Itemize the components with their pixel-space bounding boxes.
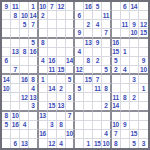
cell-r16c9[interactable]: [75, 139, 84, 148]
cell-r10c9[interactable]: 5: [75, 84, 84, 93]
cell-r11c13[interactable]: 11: [112, 93, 121, 102]
cell-r16c5[interactable]: [39, 139, 48, 148]
cell-r4c16[interactable]: 15: [139, 29, 148, 38]
cell-r11c6[interactable]: [48, 93, 57, 102]
cell-r16c6[interactable]: 12: [48, 139, 57, 148]
cell-r1c4[interactable]: 1: [29, 2, 38, 11]
cell-r16c1[interactable]: [2, 139, 11, 148]
cell-r10c11[interactable]: 11: [93, 84, 102, 93]
cell-r15c10[interactable]: [84, 130, 93, 139]
cell-r3c8[interactable]: [66, 20, 75, 29]
cell-r13c11[interactable]: [93, 112, 102, 121]
cell-r16c7[interactable]: 4: [57, 139, 66, 148]
cell-r9c14[interactable]: [121, 75, 130, 84]
cell-r3c15[interactable]: 9: [130, 20, 139, 29]
cell-r8c6[interactable]: 11: [48, 66, 57, 75]
cell-r11c9[interactable]: [75, 93, 84, 102]
cell-r14c14[interactable]: 9: [121, 121, 130, 130]
cell-r12c11[interactable]: [93, 102, 102, 111]
cell-r12c12[interactable]: 2: [102, 102, 111, 111]
cell-r12c15[interactable]: [130, 102, 139, 111]
cell-r2c8[interactable]: [66, 11, 75, 20]
cell-r9c5[interactable]: 1: [39, 75, 48, 84]
cell-r7c6[interactable]: 16: [48, 57, 57, 66]
cell-r5c9[interactable]: [75, 39, 84, 48]
cell-r5c16[interactable]: [139, 39, 148, 48]
cell-r14c16[interactable]: [139, 121, 148, 130]
cell-r4c11[interactable]: [93, 29, 102, 38]
cell-r10c14[interactable]: [121, 84, 130, 93]
cell-r2c13[interactable]: [112, 11, 121, 20]
cell-r1c9[interactable]: [75, 2, 84, 11]
cell-r2c6[interactable]: [48, 11, 57, 20]
cell-r9c10[interactable]: 15: [84, 75, 93, 84]
cell-r3c3[interactable]: 5: [20, 20, 29, 29]
cell-r14c13[interactable]: 10: [112, 121, 121, 130]
cell-r8c14[interactable]: 4: [121, 66, 130, 75]
cell-r9c1[interactable]: 14: [2, 75, 11, 84]
cell-r11c10[interactable]: [84, 93, 93, 102]
cell-r14c8[interactable]: [66, 121, 75, 130]
cell-r1c7[interactable]: 12: [57, 2, 66, 11]
cell-r12c8[interactable]: [66, 102, 75, 111]
cell-r9c12[interactable]: [102, 75, 111, 84]
cell-r3c2[interactable]: [11, 20, 20, 29]
cell-r15c5[interactable]: 16: [39, 130, 48, 139]
cell-r10c1[interactable]: 10: [2, 84, 11, 93]
cell-r2c4[interactable]: 14: [29, 11, 38, 20]
cell-r7c7[interactable]: [57, 57, 66, 66]
cell-r16c12[interactable]: 10: [102, 139, 111, 148]
cell-r8c5[interactable]: [39, 66, 48, 75]
cell-r10c8[interactable]: [66, 84, 75, 93]
cell-r4c14[interactable]: [121, 29, 130, 38]
cell-r11c16[interactable]: [139, 93, 148, 102]
cell-r2c5[interactable]: 2: [39, 11, 48, 20]
cell-r7c12[interactable]: [102, 57, 111, 66]
cell-r4c8[interactable]: [66, 29, 75, 38]
cell-r9c16[interactable]: [139, 75, 148, 84]
cell-r1c8[interactable]: [66, 2, 75, 11]
cell-r10c3[interactable]: [20, 84, 29, 93]
cell-r4c9[interactable]: 9: [75, 29, 84, 38]
cell-r15c2[interactable]: [11, 130, 20, 139]
cell-r9c4[interactable]: 8: [29, 75, 38, 84]
cell-r6c8[interactable]: [66, 48, 75, 57]
cell-r8c11[interactable]: [93, 66, 102, 75]
cell-r10c6[interactable]: 14: [48, 84, 57, 93]
cell-r12c9[interactable]: [75, 102, 84, 111]
cell-r10c10[interactable]: [84, 84, 93, 93]
cell-r14c1[interactable]: 5: [2, 121, 11, 130]
cell-r5c4[interactable]: 5: [29, 39, 38, 48]
cell-r14c2[interactable]: 16: [11, 121, 20, 130]
cell-r10c2[interactable]: [11, 84, 20, 93]
cell-r3c4[interactable]: 7: [29, 20, 38, 29]
cell-r3c11[interactable]: 4: [93, 20, 102, 29]
cell-r3c9[interactable]: [75, 20, 84, 29]
cell-r3c10[interactable]: 2: [84, 20, 93, 29]
cell-r4c15[interactable]: 10: [130, 29, 139, 38]
cell-r7c1[interactable]: 6: [2, 57, 11, 66]
cell-r14c7[interactable]: 8: [57, 121, 66, 130]
cell-r5c10[interactable]: 13: [84, 39, 93, 48]
cell-r12c1[interactable]: [2, 102, 11, 111]
cell-r11c7[interactable]: [57, 93, 66, 102]
cell-r4c10[interactable]: [84, 29, 93, 38]
cell-r8c3[interactable]: [20, 66, 29, 75]
cell-r10c16[interactable]: 1: [139, 84, 148, 93]
cell-r2c10[interactable]: [84, 11, 93, 20]
cell-r9c9[interactable]: [75, 75, 84, 84]
cell-r8c16[interactable]: 10: [139, 66, 148, 75]
cell-r8c4[interactable]: [29, 66, 38, 75]
cell-r8c13[interactable]: 2: [112, 66, 121, 75]
cell-r2c14[interactable]: [121, 11, 130, 20]
cell-r6c15[interactable]: [130, 48, 139, 57]
cell-r9c13[interactable]: [112, 75, 121, 84]
cell-r11c5[interactable]: [39, 93, 48, 102]
cell-r12c2[interactable]: [11, 102, 20, 111]
cell-r11c1[interactable]: [2, 93, 11, 102]
cell-r6c2[interactable]: 13: [11, 48, 20, 57]
cell-r9c11[interactable]: 7: [93, 75, 102, 84]
cell-r5c3[interactable]: [20, 39, 29, 48]
cell-r13c1[interactable]: 8: [2, 112, 11, 121]
cell-r3c13[interactable]: [112, 20, 121, 29]
cell-r1c16[interactable]: [139, 2, 148, 11]
cell-r5c8[interactable]: [66, 39, 75, 48]
cell-r13c9[interactable]: [75, 112, 84, 121]
cell-r7c2[interactable]: [11, 57, 20, 66]
cell-r13c7[interactable]: [57, 112, 66, 121]
cell-r6c16[interactable]: [139, 48, 148, 57]
cell-r5c7[interactable]: [57, 39, 66, 48]
cell-r7c14[interactable]: [121, 57, 130, 66]
cell-r5c15[interactable]: [130, 39, 139, 48]
cell-r6c1[interactable]: [2, 48, 11, 57]
cell-r16c13[interactable]: 8: [112, 139, 121, 148]
cell-r1c2[interactable]: 11: [11, 2, 20, 11]
cell-r13c12[interactable]: [102, 112, 111, 121]
cell-r5c13[interactable]: 16: [112, 39, 121, 48]
cell-r4c1[interactable]: [2, 29, 11, 38]
cell-r9c8[interactable]: 5: [66, 75, 75, 84]
cell-r15c7[interactable]: [57, 130, 66, 139]
cell-r15c11[interactable]: [93, 130, 102, 139]
cell-r7c13[interactable]: 5: [112, 57, 121, 66]
cell-r6c5[interactable]: [39, 48, 48, 57]
cell-r15c14[interactable]: [121, 130, 130, 139]
cell-r2c15[interactable]: [130, 11, 139, 20]
cell-r6c4[interactable]: 16: [29, 48, 38, 57]
cell-r1c15[interactable]: 14: [130, 2, 139, 11]
cell-r12c3[interactable]: [20, 102, 29, 111]
cell-r15c15[interactable]: 15: [130, 130, 139, 139]
cell-r13c14[interactable]: [121, 112, 130, 121]
cell-r10c4[interactable]: 4: [29, 84, 38, 93]
cell-r15c4[interactable]: [29, 130, 38, 139]
cell-r10c5[interactable]: [39, 84, 48, 93]
cell-r15c12[interactable]: 4: [102, 130, 111, 139]
cell-r3c5[interactable]: [39, 20, 48, 29]
cell-r8c2[interactable]: 7: [11, 66, 20, 75]
cell-r10c13[interactable]: [112, 84, 121, 93]
cell-r16c8[interactable]: [66, 139, 75, 148]
cell-r1c3[interactable]: [20, 2, 29, 11]
cell-r7c5[interactable]: 4: [39, 57, 48, 66]
cell-r1c5[interactable]: 10: [39, 2, 48, 11]
cell-r2c3[interactable]: 10: [20, 11, 29, 20]
cell-r1c11[interactable]: 5: [93, 2, 102, 11]
cell-r13c15[interactable]: [130, 112, 139, 121]
cell-r11c4[interactable]: 13: [29, 93, 38, 102]
cell-r8c10[interactable]: [84, 66, 93, 75]
cell-r16c4[interactable]: [29, 139, 38, 148]
cell-r2c16[interactable]: [139, 11, 148, 20]
cell-r12c13[interactable]: 14: [112, 102, 121, 111]
cell-r13c6[interactable]: [48, 112, 57, 121]
cell-r9c3[interactable]: 16: [20, 75, 29, 84]
cell-r5c2[interactable]: [11, 39, 20, 48]
cell-r10c7[interactable]: 2: [57, 84, 66, 93]
cell-r16c2[interactable]: 6: [11, 139, 20, 148]
cell-r16c16[interactable]: 3: [139, 139, 148, 148]
cell-r11c2[interactable]: [11, 93, 20, 102]
cell-r8c12[interactable]: 5: [102, 66, 111, 75]
cell-r11c14[interactable]: 8: [121, 93, 130, 102]
cell-r13c3[interactable]: [20, 112, 29, 121]
cell-r4c6[interactable]: [48, 29, 57, 38]
cell-r15c8[interactable]: 10: [66, 130, 75, 139]
cell-r12c5[interactable]: [39, 102, 48, 111]
cell-r3c12[interactable]: [102, 20, 111, 29]
cell-r8c7[interactable]: 15: [57, 66, 66, 75]
cell-r1c13[interactable]: [112, 2, 121, 11]
cell-r2c2[interactable]: 8: [11, 11, 20, 20]
cell-r1c12[interactable]: [102, 2, 111, 11]
cell-r16c14[interactable]: [121, 139, 130, 148]
cell-r15c6[interactable]: [48, 130, 57, 139]
cell-r10c15[interactable]: [130, 84, 139, 93]
cell-r15c13[interactable]: 7: [112, 130, 121, 139]
cell-r6c14[interactable]: 1: [121, 48, 130, 57]
cell-r14c3[interactable]: 4: [20, 121, 29, 130]
cell-r7c4[interactable]: [29, 57, 38, 66]
cell-r6c13[interactable]: 15: [112, 48, 121, 57]
cell-r14c10[interactable]: [84, 121, 93, 130]
cell-r1c10[interactable]: 16: [84, 2, 93, 11]
cell-r11c12[interactable]: [102, 93, 111, 102]
cell-r16c10[interactable]: 1: [84, 139, 93, 148]
cell-r3c16[interactable]: 12: [139, 20, 148, 29]
cell-r12c10[interactable]: [84, 102, 93, 111]
cell-r7c15[interactable]: [130, 57, 139, 66]
cell-r7c9[interactable]: [75, 57, 84, 66]
cell-r14c5[interactable]: [39, 121, 48, 130]
cell-r11c15[interactable]: 2: [130, 93, 139, 102]
cell-r4c7[interactable]: [57, 29, 66, 38]
cell-r15c1[interactable]: [2, 130, 11, 139]
cell-r6c6[interactable]: [48, 48, 57, 57]
cell-r3c14[interactable]: 11: [121, 20, 130, 29]
cell-r6c10[interactable]: [84, 48, 93, 57]
cell-r5c6[interactable]: [48, 39, 57, 48]
cell-r6c3[interactable]: 8: [20, 48, 29, 57]
cell-r3c7[interactable]: [57, 20, 66, 29]
cell-r11c8[interactable]: 3: [66, 93, 75, 102]
cell-r6c9[interactable]: 4: [75, 48, 84, 57]
cell-r15c3[interactable]: [20, 130, 29, 139]
cell-r13c10[interactable]: [84, 112, 93, 121]
cell-r14c12[interactable]: [102, 121, 111, 130]
cell-r14c4[interactable]: [29, 121, 38, 130]
cell-r16c3[interactable]: 13: [20, 139, 29, 148]
cell-r16c11[interactable]: 15: [93, 139, 102, 148]
cell-r13c16[interactable]: [139, 112, 148, 121]
cell-r14c6[interactable]: 3: [48, 121, 57, 130]
cell-r4c13[interactable]: [112, 29, 121, 38]
cell-r9c2[interactable]: [11, 75, 20, 84]
cell-r5c11[interactable]: 9: [93, 39, 102, 48]
cell-r2c7[interactable]: [57, 11, 66, 20]
cell-r7c16[interactable]: 9: [139, 57, 148, 66]
cell-r5c14[interactable]: [121, 39, 130, 48]
cell-r11c11[interactable]: [93, 93, 102, 102]
cell-r3c1[interactable]: [2, 20, 11, 29]
cell-r2c1[interactable]: [2, 11, 11, 20]
cell-r9c6[interactable]: [48, 75, 57, 84]
cell-r13c13[interactable]: [112, 112, 121, 121]
cell-r2c11[interactable]: [93, 11, 102, 20]
cell-r13c8[interactable]: 7: [66, 112, 75, 121]
cell-r5c5[interactable]: 8: [39, 39, 48, 48]
cell-r5c12[interactable]: [102, 39, 111, 48]
cell-r12c14[interactable]: [121, 102, 130, 111]
cell-r6c7[interactable]: [57, 48, 66, 57]
cell-r4c12[interactable]: 7: [102, 29, 111, 38]
cell-r7c10[interactable]: 8: [84, 57, 93, 66]
cell-r14c9[interactable]: [75, 121, 84, 130]
cell-r2c12[interactable]: 11: [102, 11, 111, 20]
cell-r6c12[interactable]: [102, 48, 111, 57]
cell-r14c15[interactable]: [130, 121, 139, 130]
cell-r7c3[interactable]: [20, 57, 29, 66]
cell-r1c6[interactable]: 7: [48, 2, 57, 11]
cell-r15c9[interactable]: [75, 130, 84, 139]
cell-r7c8[interactable]: 14: [66, 57, 75, 66]
cell-r8c1[interactable]: [2, 66, 11, 75]
cell-r8c8[interactable]: [66, 66, 75, 75]
cell-r15c16[interactable]: [139, 130, 148, 139]
cell-r4c4[interactable]: [29, 29, 38, 38]
cell-r13c2[interactable]: 10: [11, 112, 20, 121]
cell-r4c3[interactable]: [20, 29, 29, 38]
cell-r7c11[interactable]: 2: [93, 57, 102, 66]
cell-r1c14[interactable]: 6: [121, 2, 130, 11]
cell-r12c4[interactable]: 3: [29, 102, 38, 111]
cell-r2c9[interactable]: 6: [75, 11, 84, 20]
cell-r11c3[interactable]: 12: [20, 93, 29, 102]
sudoku-board: 9111107121656148101426115724119129710155…: [0, 0, 150, 150]
cell-r6c11[interactable]: [93, 48, 102, 57]
cell-r1c1[interactable]: 9: [2, 2, 11, 11]
cell-r13c5[interactable]: 13: [39, 112, 48, 121]
cell-r4c2[interactable]: [11, 29, 20, 38]
cell-r16c15[interactable]: 5: [130, 139, 139, 148]
cell-r4c5[interactable]: [39, 29, 48, 38]
cell-r9c7[interactable]: [57, 75, 66, 84]
cell-r12c6[interactable]: 15: [48, 102, 57, 111]
cell-r10c12[interactable]: 8: [102, 84, 111, 93]
cell-r14c11[interactable]: [93, 121, 102, 130]
cell-r12c7[interactable]: 13: [57, 102, 66, 111]
cell-r3c6[interactable]: [48, 20, 57, 29]
cell-r13c4[interactable]: [29, 112, 38, 121]
cell-r8c9[interactable]: 12: [75, 66, 84, 75]
cell-r5c1[interactable]: [2, 39, 11, 48]
cell-r8c15[interactable]: [130, 66, 139, 75]
cell-r12c16[interactable]: [139, 102, 148, 111]
cell-r9c15[interactable]: 3: [130, 75, 139, 84]
